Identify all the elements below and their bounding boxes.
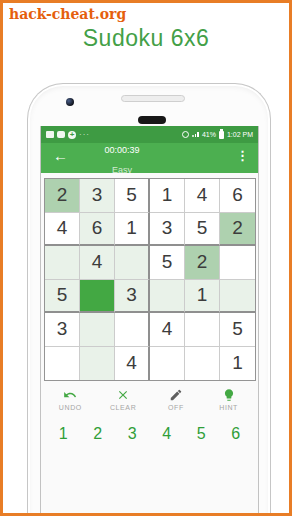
cell-r2c1[interactable]: 4	[45, 213, 80, 247]
cell-r3c2[interactable]: 4	[80, 246, 115, 280]
pencil-icon	[169, 388, 183, 402]
timer-block: 00:00:39 Easy	[79, 138, 165, 178]
cell-r6c5[interactable]	[185, 347, 220, 381]
notification-overflow-dots: ···	[79, 131, 90, 138]
page-title: Sudoku 6x6	[3, 25, 289, 52]
notification-image-icon	[46, 131, 54, 138]
cell-r4c3[interactable]: 3	[115, 280, 150, 314]
pencil-label: OFF	[168, 404, 184, 411]
cell-r6c6[interactable]: 1	[220, 347, 255, 381]
cell-r5c2[interactable]	[80, 313, 115, 347]
notification-plus-icon: +	[68, 131, 76, 139]
camera-icon	[66, 98, 74, 106]
cell-r1c6[interactable]: 6	[220, 179, 255, 213]
page: hack-cheat.org Sudoku 6x6 + ··· 41% 1:02…	[0, 0, 292, 516]
alarm-icon	[182, 131, 189, 138]
numpad-2[interactable]: 2	[81, 425, 116, 443]
cell-r5c5[interactable]	[185, 313, 220, 347]
app-bar: ← 00:00:39 Easy ⋮	[41, 143, 258, 173]
cell-r1c3[interactable]: 5	[115, 179, 150, 213]
cell-r2c4[interactable]: 3	[150, 213, 185, 247]
earpiece	[138, 116, 166, 124]
hint-icon	[222, 388, 236, 402]
cell-r6c1[interactable]	[45, 347, 80, 381]
cell-r2c6[interactable]: 2	[220, 213, 255, 247]
cell-r6c4[interactable]	[150, 347, 185, 381]
cell-r2c5[interactable]: 5	[185, 213, 220, 247]
cell-r4c1[interactable]: 5	[45, 280, 80, 314]
cell-r2c3[interactable]: 1	[115, 213, 150, 247]
numpad-3[interactable]: 3	[115, 425, 150, 443]
notification-video-icon	[57, 131, 65, 138]
undo-label: UNDO	[59, 404, 82, 411]
clear-icon	[116, 388, 130, 402]
cell-r3c4[interactable]: 5	[150, 246, 185, 280]
numpad-6[interactable]: 6	[219, 425, 254, 443]
content-area: 23514646135245253134541 UNDO CLEAR OFF	[41, 173, 258, 516]
back-button[interactable]: ←	[53, 147, 68, 164]
screen: + ··· 41% 1:02 PM ← 00:00:39 Easy ⋮	[40, 126, 259, 516]
battery-icon	[219, 131, 224, 139]
battery-percent: 41%	[202, 131, 216, 138]
cell-r4c2[interactable]	[80, 280, 115, 314]
cell-r1c1[interactable]: 2	[45, 179, 80, 213]
hint-label: HINT	[219, 404, 238, 411]
cell-r4c6[interactable]	[220, 280, 255, 314]
signal-icon	[192, 132, 199, 137]
overflow-menu-button[interactable]: ⋮	[236, 148, 249, 163]
cell-r5c4[interactable]: 4	[150, 313, 185, 347]
cell-r5c1[interactable]: 3	[45, 313, 80, 347]
watermark: hack-cheat.org	[9, 6, 126, 22]
cell-r5c6[interactable]: 5	[220, 313, 255, 347]
cell-r6c2[interactable]	[80, 347, 115, 381]
cell-r1c4[interactable]: 1	[150, 179, 185, 213]
toolbar: UNDO CLEAR OFF HINT	[44, 388, 255, 411]
undo-button[interactable]: UNDO	[44, 388, 97, 411]
clear-button[interactable]: CLEAR	[97, 388, 150, 411]
cell-r4c4[interactable]	[150, 280, 185, 314]
number-pad: 123456	[44, 425, 255, 443]
numpad-5[interactable]: 5	[184, 425, 219, 443]
cell-r3c1[interactable]	[45, 246, 80, 280]
cell-r2c2[interactable]: 6	[80, 213, 115, 247]
cell-r5c3[interactable]	[115, 313, 150, 347]
cell-r3c6[interactable]	[220, 246, 255, 280]
speaker	[121, 95, 185, 102]
cell-r1c2[interactable]: 3	[80, 179, 115, 213]
cell-r1c5[interactable]: 4	[185, 179, 220, 213]
clear-label: CLEAR	[110, 404, 136, 411]
timer: 00:00:39	[104, 145, 139, 155]
status-time: 1:02 PM	[227, 131, 253, 138]
numpad-4[interactable]: 4	[150, 425, 185, 443]
sudoku-grid: 23514646135245253134541	[44, 178, 256, 381]
cell-r6c3[interactable]: 4	[115, 347, 150, 381]
cell-r3c3[interactable]	[115, 246, 150, 280]
phone-mockup: + ··· 41% 1:02 PM ← 00:00:39 Easy ⋮	[27, 83, 271, 516]
numpad-1[interactable]: 1	[46, 425, 81, 443]
undo-icon	[63, 388, 77, 402]
cell-r4c5[interactable]: 1	[185, 280, 220, 314]
cell-r3c5[interactable]: 2	[185, 246, 220, 280]
pencil-toggle-button[interactable]: OFF	[150, 388, 203, 411]
hint-button[interactable]: HINT	[202, 388, 255, 411]
difficulty-label: Easy	[112, 165, 132, 175]
